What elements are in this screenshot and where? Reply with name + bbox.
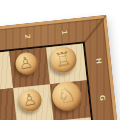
white-rook-glyph: ♖ bbox=[53, 48, 73, 70]
coord-file-g: G bbox=[98, 94, 106, 100]
chessboard-photo: 21HG ♖♘♙♙ bbox=[0, 0, 120, 120]
coord-rank-1: 1 bbox=[59, 30, 66, 36]
white-pawn-glyph: ♙ bbox=[18, 54, 35, 72]
coord-rank-2: 2 bbox=[23, 34, 30, 40]
chessboard: 21HG ♖♘♙♙ bbox=[0, 15, 120, 120]
coord-file-h: H bbox=[94, 57, 102, 64]
white-knight-glyph: ♘ bbox=[56, 84, 78, 108]
frame-miter-seam bbox=[82, 15, 106, 45]
white-pawn-glyph: ♙ bbox=[22, 91, 39, 109]
